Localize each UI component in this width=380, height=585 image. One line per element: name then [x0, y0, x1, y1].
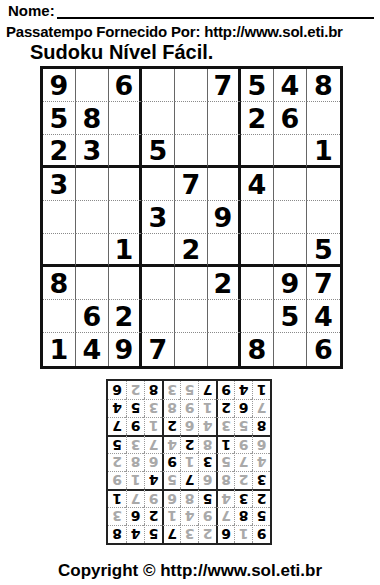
- solution-cell: 1: [108, 489, 126, 507]
- sudoku-cell[interactable]: [142, 168, 175, 201]
- solution-cell: 3: [126, 435, 144, 453]
- solution-cell: 9: [162, 453, 180, 471]
- copyright-text: Copyright © http://www.sol.eti.br: [0, 561, 380, 581]
- solution-cell: 1: [180, 453, 198, 471]
- sudoku-cell: 6: [109, 69, 142, 102]
- solution-cell: 3: [180, 525, 198, 543]
- solution-cell: 7: [126, 489, 144, 507]
- sudoku-cell: 7: [142, 333, 175, 366]
- sudoku-cell[interactable]: [142, 234, 175, 267]
- solution-cell: 5: [216, 453, 234, 471]
- sudoku-cell: 4: [274, 69, 307, 102]
- sudoku-cell: 5: [274, 300, 307, 333]
- solution-cell: 8: [198, 435, 216, 453]
- sudoku-cell[interactable]: [109, 135, 142, 168]
- sudoku-cell: 2: [109, 300, 142, 333]
- sudoku-cell[interactable]: [274, 201, 307, 234]
- solution-cell: 9: [180, 399, 198, 417]
- sudoku-cell: 3: [43, 168, 76, 201]
- solution-cell: 4: [234, 381, 252, 399]
- solution-cell: 3: [144, 399, 162, 417]
- sudoku-cell: 4: [241, 168, 274, 201]
- solution-cell: 4: [180, 507, 198, 525]
- solution-cell: 7: [162, 525, 180, 543]
- sudoku-cell[interactable]: [142, 69, 175, 102]
- solution-cell: 5: [144, 525, 162, 543]
- solution-cell: 8: [216, 471, 234, 489]
- sudoku-cell: 5: [307, 234, 340, 267]
- sudoku-cell[interactable]: [175, 102, 208, 135]
- sudoku-cell[interactable]: [142, 267, 175, 300]
- solution-cell: 3: [162, 381, 180, 399]
- sudoku-cell: 1: [307, 135, 340, 168]
- solution-cell: 3: [198, 453, 216, 471]
- solution-cell: 1: [126, 471, 144, 489]
- sudoku-cell[interactable]: [208, 333, 241, 366]
- sudoku-cell[interactable]: [175, 300, 208, 333]
- sudoku-cell[interactable]: [274, 234, 307, 267]
- solution-cell: 4: [144, 471, 162, 489]
- sudoku-cell[interactable]: [109, 201, 142, 234]
- solution-cell: 4: [126, 525, 144, 543]
- solution-cell: 5: [234, 417, 252, 435]
- sudoku-cell[interactable]: [307, 201, 340, 234]
- solution-cell: 2: [252, 489, 270, 507]
- solution-cell: 3: [108, 507, 126, 525]
- sudoku-cell: 9: [208, 201, 241, 234]
- solution-cell: 4: [216, 489, 234, 507]
- solution-cell: 7: [234, 453, 252, 471]
- sudoku-cell: 1: [109, 234, 142, 267]
- sudoku-cell[interactable]: [142, 300, 175, 333]
- sudoku-cell[interactable]: [142, 102, 175, 135]
- sudoku-cell: 5: [142, 135, 175, 168]
- sudoku-cell: 1: [43, 333, 76, 366]
- solution-cell: 3: [216, 417, 234, 435]
- solution-cell: 2: [216, 399, 234, 417]
- sudoku-cell[interactable]: [109, 168, 142, 201]
- solution-cell: 2: [162, 417, 180, 435]
- solution-cell: 1: [198, 399, 216, 417]
- solution-cell: 1: [144, 417, 162, 435]
- sudoku-cell: 3: [142, 201, 175, 234]
- sudoku-cell[interactable]: [109, 102, 142, 135]
- solution-cell: 1: [216, 435, 234, 453]
- solution-cell: 9: [234, 435, 252, 453]
- solution-cell: 5: [162, 471, 180, 489]
- solution-cell: 1: [234, 525, 252, 543]
- sudoku-cell[interactable]: [274, 135, 307, 168]
- sudoku-cell[interactable]: [208, 300, 241, 333]
- solution-cell: 6: [126, 507, 144, 525]
- sudoku-cell[interactable]: [241, 267, 274, 300]
- sudoku-cell: 7: [307, 267, 340, 300]
- solution-cell: 9: [198, 507, 216, 525]
- sudoku-cell: 5: [43, 102, 76, 135]
- sudoku-cell[interactable]: [43, 201, 76, 234]
- solution-cell: 9: [252, 525, 270, 543]
- sudoku-cell[interactable]: [241, 300, 274, 333]
- sudoku-cell[interactable]: [175, 333, 208, 366]
- sudoku-cell: 9: [109, 333, 142, 366]
- sudoku-cell[interactable]: [175, 267, 208, 300]
- name-write-line: [57, 3, 374, 19]
- sudoku-cell: 4: [76, 333, 109, 366]
- solution-cell: 7: [252, 399, 270, 417]
- solution-cell: 8: [162, 399, 180, 417]
- sudoku-cell[interactable]: [43, 300, 76, 333]
- sudoku-cell[interactable]: [274, 168, 307, 201]
- sudoku-cell[interactable]: [307, 168, 340, 201]
- solution-cell: 6: [108, 381, 126, 399]
- solution-cell: 7: [180, 471, 198, 489]
- worksheet-page: Nome: Passatempo Fornecido Por: http://w…: [0, 0, 380, 585]
- sudoku-cell: 9: [43, 69, 76, 102]
- solution-cell: 4: [108, 399, 126, 417]
- sudoku-cell[interactable]: [43, 234, 76, 267]
- solution-cell: 9: [126, 417, 144, 435]
- solution-cell: 8: [144, 381, 162, 399]
- solution-cell: 2: [180, 435, 198, 453]
- name-label: Nome:: [8, 2, 55, 19]
- sudoku-cell: 9: [274, 267, 307, 300]
- solution-cell: 6: [216, 525, 234, 543]
- main-sudoku-grid: 967548582623513743912582976254149786: [40, 66, 343, 369]
- solution-cell: 1: [252, 381, 270, 399]
- sudoku-cell: 8: [307, 69, 340, 102]
- sudoku-cell[interactable]: [109, 267, 142, 300]
- sudoku-cell: 8: [76, 102, 109, 135]
- sudoku-cell[interactable]: [274, 333, 307, 366]
- sudoku-cell[interactable]: [241, 234, 274, 267]
- solution-cell: 9: [108, 471, 126, 489]
- solution-cell: 2: [198, 525, 216, 543]
- sudoku-cell: 4: [307, 300, 340, 333]
- provided-by-text: Passatempo Fornecido Por: http://www.sol…: [6, 23, 378, 40]
- sudoku-cell[interactable]: [76, 267, 109, 300]
- sudoku-cell: 5: [241, 69, 274, 102]
- sudoku-cell: 6: [274, 102, 307, 135]
- solution-cell: 4: [198, 417, 216, 435]
- solution-cell: 6: [198, 471, 216, 489]
- solution-cell: 7: [198, 381, 216, 399]
- sudoku-cell: 2: [175, 234, 208, 267]
- solution-cell: 5: [252, 507, 270, 525]
- solution-cell: 2: [234, 471, 252, 489]
- solution-cell: 8: [126, 453, 144, 471]
- solution-cell: 5: [126, 399, 144, 417]
- solution-cell: 8: [108, 525, 126, 543]
- sudoku-cell: 7: [208, 69, 241, 102]
- name-row: Nome:: [8, 2, 374, 19]
- sudoku-cell[interactable]: [208, 102, 241, 135]
- sudoku-cell[interactable]: [175, 69, 208, 102]
- sudoku-cell[interactable]: [241, 201, 274, 234]
- sudoku-cell[interactable]: [175, 201, 208, 234]
- sudoku-cell[interactable]: [76, 201, 109, 234]
- solution-cell: 8: [234, 507, 252, 525]
- sudoku-cell: 6: [76, 300, 109, 333]
- solution-cell: 7: [144, 435, 162, 453]
- solution-cell: 6: [180, 417, 198, 435]
- page-title: Sudoku Nível Fácil.: [30, 41, 213, 64]
- sudoku-cell: 8: [43, 267, 76, 300]
- sudoku-cell[interactable]: [76, 234, 109, 267]
- solution-cell: 8: [180, 489, 198, 507]
- sudoku-cell[interactable]: [76, 69, 109, 102]
- solution-cell: 2: [108, 453, 126, 471]
- solution-cell: 6: [144, 453, 162, 471]
- solution-cell: 3: [234, 489, 252, 507]
- solution-cell: 7: [216, 507, 234, 525]
- solution-cell: 9: [216, 381, 234, 399]
- solution-cell: 2: [126, 381, 144, 399]
- sudoku-cell: 6: [307, 333, 340, 366]
- solution-cell: 8: [252, 417, 270, 435]
- solution-cell: 3: [252, 471, 270, 489]
- sudoku-cell: 8: [241, 333, 274, 366]
- solution-cell: 5: [108, 435, 126, 453]
- sudoku-cell[interactable]: [208, 234, 241, 267]
- sudoku-cell: 3: [76, 135, 109, 168]
- solution-cell: 4: [252, 453, 270, 471]
- sudoku-cell[interactable]: [241, 135, 274, 168]
- sudoku-cell: 2: [43, 135, 76, 168]
- solution-cell: 4: [162, 435, 180, 453]
- sudoku-cell: 2: [208, 267, 241, 300]
- solution-cell: 1: [162, 507, 180, 525]
- solution-cell: 5: [180, 381, 198, 399]
- solution-cell: 6: [234, 399, 252, 417]
- sudoku-cell[interactable]: [208, 135, 241, 168]
- sudoku-cell[interactable]: [175, 135, 208, 168]
- sudoku-cell[interactable]: [208, 168, 241, 201]
- sudoku-cell[interactable]: [76, 168, 109, 201]
- sudoku-cell: 7: [175, 168, 208, 201]
- solution-grid-rotated: 9162375485879412632345869713286754194753…: [106, 379, 272, 545]
- solution-cell: 5: [198, 489, 216, 507]
- sudoku-cell: 2: [241, 102, 274, 135]
- solution-cell: 6: [252, 435, 270, 453]
- solution-cell: 2: [144, 507, 162, 525]
- solution-cell: 9: [144, 489, 162, 507]
- sudoku-cell[interactable]: [307, 102, 340, 135]
- solution-cell: 6: [162, 489, 180, 507]
- solution-cell: 7: [108, 417, 126, 435]
